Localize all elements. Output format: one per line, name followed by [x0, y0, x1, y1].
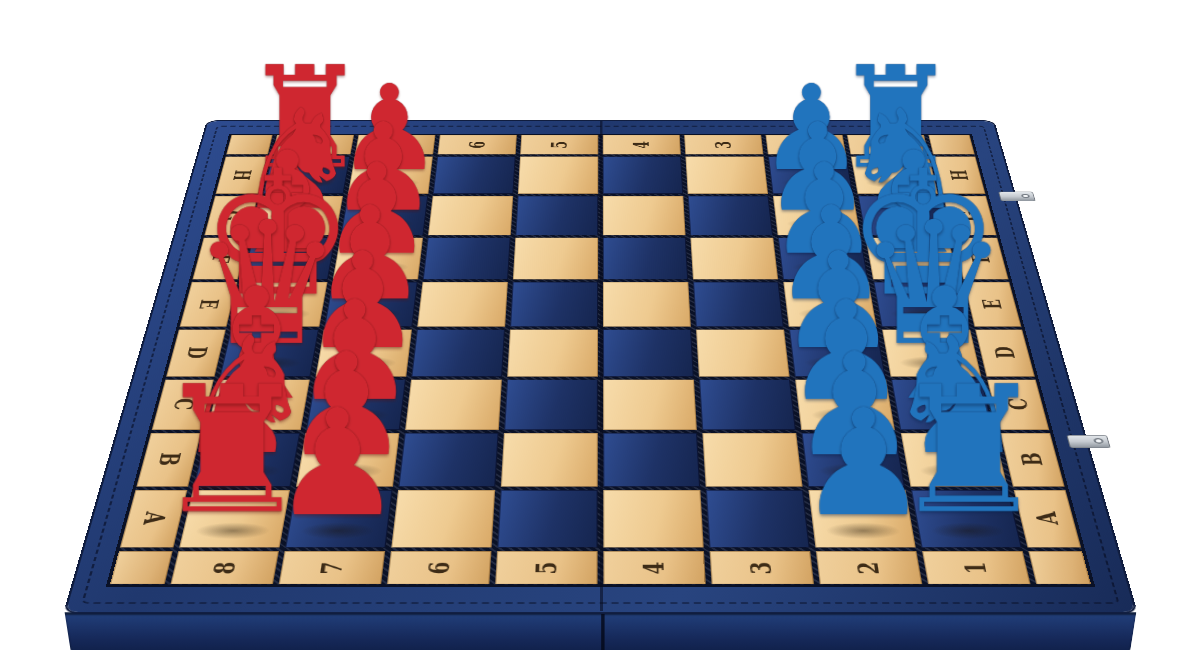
square-a4[interactable]	[603, 490, 703, 548]
rank-label: 6	[464, 141, 490, 148]
square-e4[interactable]	[603, 282, 691, 326]
square-d4[interactable]	[603, 329, 694, 376]
top-rank-label-cell: 6	[438, 135, 517, 154]
fold-seam	[599, 121, 603, 612]
square-f4[interactable]	[603, 238, 688, 280]
rank-label: 3	[710, 141, 736, 148]
square-a5[interactable]	[497, 490, 597, 548]
piece-red-pawn[interactable]: ♟	[272, 394, 404, 534]
metal-clasp-icon	[1066, 435, 1111, 448]
square-a6[interactable]	[391, 490, 495, 548]
square-h3[interactable]	[685, 157, 768, 194]
square-d6[interactable]	[411, 329, 505, 376]
rank-label: 4	[629, 141, 655, 148]
square-h4[interactable]	[603, 157, 683, 194]
square-g5[interactable]	[515, 196, 598, 235]
bottom-rank-label-cell: 4	[603, 551, 705, 584]
bottom-rank-label-cell: 8	[170, 551, 278, 584]
square-a7[interactable]: ♟	[285, 490, 392, 548]
square-f5[interactable]	[513, 238, 598, 280]
bottom-rank-label-cell: 1	[922, 551, 1030, 584]
rank-label: 7	[315, 561, 350, 574]
bottom-rank-label-cell: 2	[816, 551, 922, 584]
square-e3[interactable]	[693, 282, 784, 326]
board-perspective-wrap: 87654321H♜♟♟♜HG♞♟♟♞GF♝♟♟♝FE♚♟♟♚ED♛♟♟♛DC♝…	[148, 0, 1053, 650]
rank-label: 3	[744, 561, 779, 574]
bottom-rank-label-cell: 7	[279, 551, 385, 584]
square-c5[interactable]	[504, 379, 598, 429]
frame-corner-cell	[1028, 551, 1091, 584]
product-photo-scene: 87654321H♜♟♟♜HG♞♟♟♞GF♝♟♟♝FE♚♟♟♚ED♛♟♟♛DC♝…	[0, 0, 1200, 650]
square-c6[interactable]	[405, 379, 502, 429]
rank-label: 5	[530, 561, 564, 574]
square-e6[interactable]	[417, 282, 508, 326]
square-b3[interactable]	[702, 433, 802, 487]
rank-label: 4	[637, 561, 671, 574]
front-fold-seam	[601, 612, 605, 650]
top-rank-label-cell: 4	[603, 135, 681, 154]
square-f3[interactable]	[690, 238, 778, 280]
frame-corner-cell	[110, 551, 173, 584]
top-rank-label-cell: 3	[684, 135, 763, 154]
bottom-rank-label-cell: 3	[710, 551, 814, 584]
bottom-rank-label-cell: 6	[387, 551, 491, 584]
rank-label: 2	[851, 561, 886, 574]
rank-label: 6	[422, 561, 457, 574]
piece-blue-pawn[interactable]: ♟	[798, 394, 930, 534]
chess-board: 87654321H♜♟♟♜HG♞♟♟♞GF♝♟♟♝FE♚♟♟♚ED♛♟♟♛DC♝…	[66, 121, 1135, 612]
square-a3[interactable]	[706, 490, 810, 548]
board-front-edge	[65, 612, 1137, 650]
square-g6[interactable]	[428, 196, 513, 235]
square-b6[interactable]	[398, 433, 498, 487]
square-g4[interactable]	[603, 196, 686, 235]
rank-label: 5	[547, 141, 573, 148]
square-a2[interactable]: ♟	[808, 490, 915, 548]
square-f6[interactable]	[423, 238, 511, 280]
square-e5[interactable]	[510, 282, 598, 326]
rank-label: 8	[207, 561, 243, 574]
square-c4[interactable]	[603, 379, 697, 429]
square-b4[interactable]	[603, 433, 700, 487]
square-g3[interactable]	[688, 196, 773, 235]
square-b5[interactable]	[501, 433, 598, 487]
square-h6[interactable]	[433, 157, 516, 194]
square-d5[interactable]	[507, 329, 598, 376]
square-d3[interactable]	[696, 329, 790, 376]
square-c3[interactable]	[699, 379, 796, 429]
top-rank-label-cell: 5	[520, 135, 598, 154]
rank-label: 1	[958, 561, 994, 574]
square-h5[interactable]	[518, 157, 598, 194]
bottom-rank-label-cell: 5	[495, 551, 597, 584]
